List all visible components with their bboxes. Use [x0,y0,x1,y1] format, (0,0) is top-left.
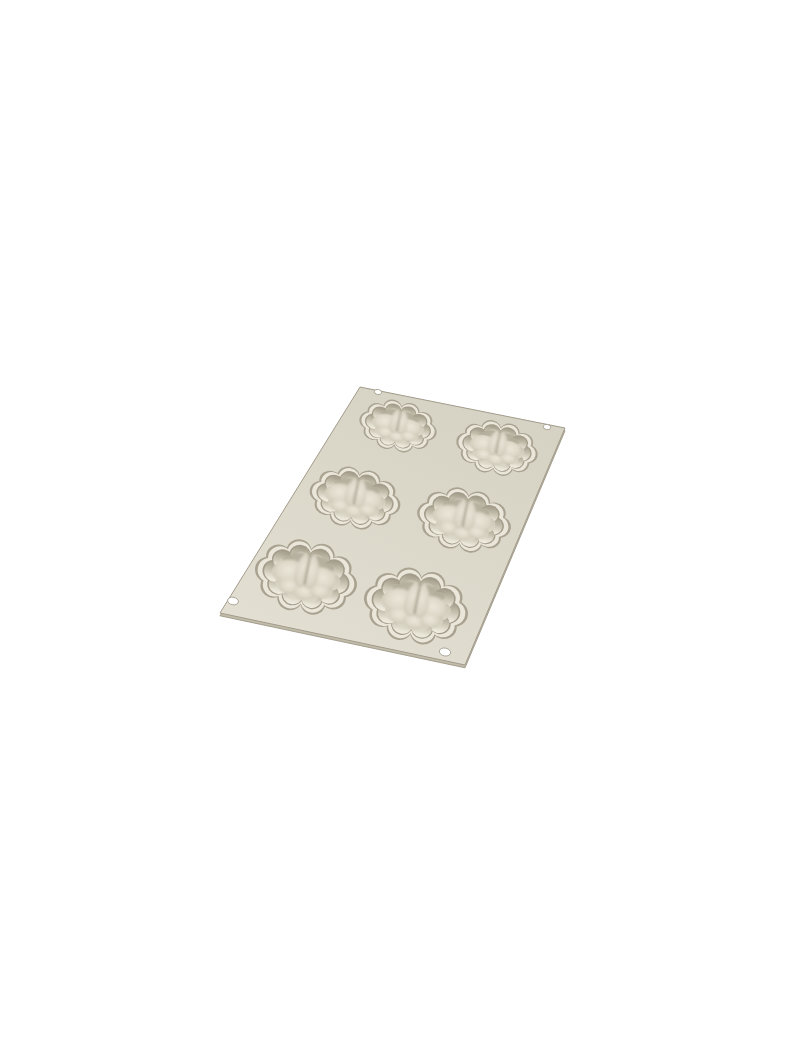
product-photo [0,0,800,1040]
photo-canvas [0,0,800,1040]
mold-group [220,387,565,668]
